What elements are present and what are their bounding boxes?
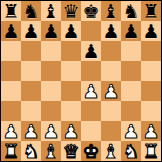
piece-black-pawn-g7[interactable]: ♟ xyxy=(122,21,139,41)
square-f1[interactable]: ♝ xyxy=(101,141,121,161)
piece-black-bishop-f8[interactable]: ♝ xyxy=(102,1,119,21)
square-c7[interactable]: ♟ xyxy=(41,21,61,41)
square-f4[interactable]: ♟ xyxy=(101,81,121,101)
square-e6[interactable]: ♟ xyxy=(81,41,101,61)
piece-white-knight-g1[interactable]: ♞ xyxy=(122,141,139,161)
square-d7[interactable]: ♟ xyxy=(61,21,81,41)
square-h4[interactable] xyxy=(141,81,161,101)
piece-black-rook-a8[interactable]: ♜ xyxy=(2,1,19,21)
piece-black-knight-b8[interactable]: ♞ xyxy=(22,1,39,21)
square-d4[interactable] xyxy=(61,81,81,101)
piece-white-pawn-c2[interactable]: ♟ xyxy=(42,121,59,141)
piece-white-pawn-d2[interactable]: ♟ xyxy=(62,121,79,141)
piece-white-pawn-e4[interactable]: ♟ xyxy=(82,81,99,101)
chess-board: ♜♞♝♛♚♝♞♜♟♟♟♟♟♟♟♟♟♟♟♟♟♟♟♟♜♞♝♛♚♝♞♜ xyxy=(1,1,161,161)
square-c1[interactable]: ♝ xyxy=(41,141,61,161)
square-a7[interactable]: ♟ xyxy=(1,21,21,41)
square-b8[interactable]: ♞ xyxy=(21,1,41,21)
piece-white-pawn-h2[interactable]: ♟ xyxy=(142,121,159,141)
square-d5[interactable] xyxy=(61,61,81,81)
square-h6[interactable] xyxy=(141,41,161,61)
square-d3[interactable] xyxy=(61,101,81,121)
square-e2[interactable] xyxy=(81,121,101,141)
square-h2[interactable]: ♟ xyxy=(141,121,161,141)
square-g7[interactable]: ♟ xyxy=(121,21,141,41)
square-d2[interactable]: ♟ xyxy=(61,121,81,141)
square-a8[interactable]: ♜ xyxy=(1,1,21,21)
square-f2[interactable] xyxy=(101,121,121,141)
piece-black-pawn-c7[interactable]: ♟ xyxy=(42,21,59,41)
square-b7[interactable]: ♟ xyxy=(21,21,41,41)
piece-white-pawn-g2[interactable]: ♟ xyxy=(122,121,139,141)
square-e3[interactable] xyxy=(81,101,101,121)
square-e1[interactable]: ♚ xyxy=(81,141,101,161)
square-h7[interactable]: ♟ xyxy=(141,21,161,41)
square-e4[interactable]: ♟ xyxy=(81,81,101,101)
square-g3[interactable] xyxy=(121,101,141,121)
piece-black-pawn-h7[interactable]: ♟ xyxy=(142,21,159,41)
square-f3[interactable] xyxy=(101,101,121,121)
square-d6[interactable] xyxy=(61,41,81,61)
square-d8[interactable]: ♛ xyxy=(61,1,81,21)
square-c5[interactable] xyxy=(41,61,61,81)
square-h1[interactable]: ♜ xyxy=(141,141,161,161)
piece-white-king-e1[interactable]: ♚ xyxy=(82,141,99,161)
square-b4[interactable] xyxy=(21,81,41,101)
piece-black-rook-h8[interactable]: ♜ xyxy=(142,1,159,21)
piece-white-rook-h1[interactable]: ♜ xyxy=(142,141,159,161)
square-h3[interactable] xyxy=(141,101,161,121)
piece-black-knight-g8[interactable]: ♞ xyxy=(122,1,139,21)
square-b3[interactable] xyxy=(21,101,41,121)
piece-white-pawn-f4[interactable]: ♟ xyxy=(102,81,119,101)
square-a6[interactable] xyxy=(1,41,21,61)
square-f5[interactable] xyxy=(101,61,121,81)
square-b6[interactable] xyxy=(21,41,41,61)
piece-black-pawn-d7[interactable]: ♟ xyxy=(62,21,79,41)
square-b5[interactable] xyxy=(21,61,41,81)
square-g8[interactable]: ♞ xyxy=(121,1,141,21)
square-d1[interactable]: ♛ xyxy=(61,141,81,161)
square-g5[interactable] xyxy=(121,61,141,81)
square-f8[interactable]: ♝ xyxy=(101,1,121,21)
piece-white-bishop-f1[interactable]: ♝ xyxy=(102,141,119,161)
square-a5[interactable] xyxy=(1,61,21,81)
square-g6[interactable] xyxy=(121,41,141,61)
square-a2[interactable]: ♟ xyxy=(1,121,21,141)
square-e8[interactable]: ♚ xyxy=(81,1,101,21)
piece-black-bishop-c8[interactable]: ♝ xyxy=(42,1,59,21)
square-g4[interactable] xyxy=(121,81,141,101)
square-f7[interactable]: ♟ xyxy=(101,21,121,41)
piece-black-pawn-e6[interactable]: ♟ xyxy=(82,41,99,61)
piece-white-bishop-c1[interactable]: ♝ xyxy=(42,141,59,161)
square-a3[interactable] xyxy=(1,101,21,121)
square-c8[interactable]: ♝ xyxy=(41,1,61,21)
square-e5[interactable] xyxy=(81,61,101,81)
piece-black-pawn-b7[interactable]: ♟ xyxy=(22,21,39,41)
piece-black-pawn-a7[interactable]: ♟ xyxy=(2,21,19,41)
square-c6[interactable] xyxy=(41,41,61,61)
piece-black-king-e8[interactable]: ♚ xyxy=(82,1,99,21)
piece-white-pawn-b2[interactable]: ♟ xyxy=(22,121,39,141)
square-h8[interactable]: ♜ xyxy=(141,1,161,21)
square-e7[interactable] xyxy=(81,21,101,41)
square-f6[interactable] xyxy=(101,41,121,61)
piece-white-rook-a1[interactable]: ♜ xyxy=(2,141,19,161)
piece-white-queen-d1[interactable]: ♛ xyxy=(62,141,79,161)
square-b1[interactable]: ♞ xyxy=(21,141,41,161)
square-h5[interactable] xyxy=(141,61,161,81)
square-b2[interactable]: ♟ xyxy=(21,121,41,141)
square-c3[interactable] xyxy=(41,101,61,121)
square-a1[interactable]: ♜ xyxy=(1,141,21,161)
square-a4[interactable] xyxy=(1,81,21,101)
piece-white-pawn-a2[interactable]: ♟ xyxy=(2,121,19,141)
square-c4[interactable] xyxy=(41,81,61,101)
piece-black-queen-d8[interactable]: ♛ xyxy=(62,1,79,21)
piece-black-pawn-f7[interactable]: ♟ xyxy=(102,21,119,41)
square-g1[interactable]: ♞ xyxy=(121,141,141,161)
chess-board-frame: ♜♞♝♛♚♝♞♜♟♟♟♟♟♟♟♟♟♟♟♟♟♟♟♟♜♞♝♛♚♝♞♜ xyxy=(0,0,162,162)
square-g2[interactable]: ♟ xyxy=(121,121,141,141)
square-c2[interactable]: ♟ xyxy=(41,121,61,141)
piece-white-knight-b1[interactable]: ♞ xyxy=(22,141,39,161)
